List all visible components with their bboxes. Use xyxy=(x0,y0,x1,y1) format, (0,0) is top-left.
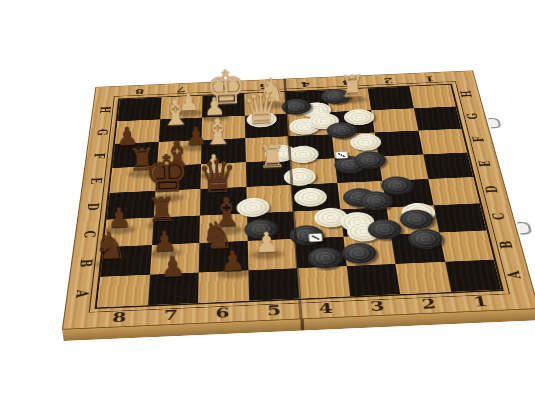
black-checker xyxy=(367,219,404,240)
coordinate-number-far: 4 xyxy=(284,77,327,91)
light-pawn-glyph: ♟ xyxy=(253,227,279,256)
coordinate-letter-right: F xyxy=(455,132,503,147)
game-board: 87654321 87654321 HGFEDCBA HGFEDCBA ♚♟♞♜… xyxy=(63,71,535,329)
fold-seam-side xyxy=(300,319,303,330)
black-checker xyxy=(308,247,344,269)
coordinate-letter-left: E xyxy=(72,173,119,189)
white-checker xyxy=(349,133,382,151)
coordinate-number-far: 3 xyxy=(325,76,368,90)
white-checker xyxy=(294,187,328,207)
coordinate-number-far: 1 xyxy=(408,72,452,86)
coordinate-number-far: 5 xyxy=(243,79,285,93)
white-checker xyxy=(284,167,317,186)
coordinate-letter-left: H xyxy=(83,103,127,117)
black-checker xyxy=(341,242,378,264)
coordinate-number-far: 7 xyxy=(160,83,202,97)
coordinate-letter-right: G xyxy=(449,109,496,124)
black-checker xyxy=(359,191,394,211)
dark-knight-glyph: ♞ xyxy=(93,227,128,266)
product-photo-scene: 87654321 87654321 HGFEDCBA HGFEDCBA ♚♟♞♜… xyxy=(0,0,535,398)
black-checker xyxy=(379,176,414,195)
light-bishop-glyph: ♝ xyxy=(201,113,234,150)
coordinate-number-far: 6 xyxy=(202,81,244,95)
white-die xyxy=(335,151,348,158)
coordinate-letter-right: H xyxy=(444,87,489,101)
black-checker xyxy=(407,228,445,250)
coordinate-letter-right: E xyxy=(461,156,510,172)
coordinate-letter-left: G xyxy=(80,125,125,140)
black-checker xyxy=(399,209,436,230)
dark-pawn-glyph: ♟ xyxy=(219,246,246,275)
latch-clasp-icon xyxy=(517,222,532,235)
dark-rook-glyph: ♜ xyxy=(146,193,177,227)
coordinate-number-far: 8 xyxy=(118,85,161,99)
coordinate-letter-left: F xyxy=(76,148,122,164)
coordinate-number-far: 2 xyxy=(367,74,411,88)
dark-pawn-glyph: ♟ xyxy=(160,252,187,281)
perspective-wrapper: 87654321 87654321 HGFEDCBA HGFEDCBA ♚♟♞♜… xyxy=(0,0,535,398)
